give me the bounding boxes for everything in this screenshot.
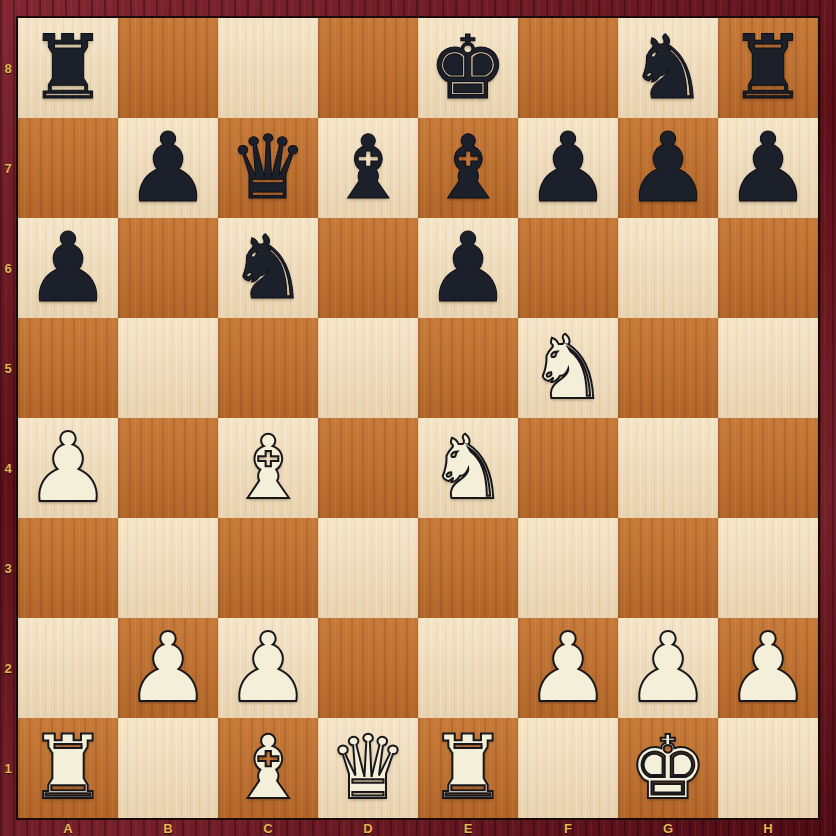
square-g8[interactable]: ♞ [618, 18, 718, 118]
white-pawn-c2[interactable]: ♟ [225, 620, 311, 716]
square-b2[interactable]: ♟ [118, 618, 218, 718]
file-label-d: D [318, 820, 418, 836]
square-h5[interactable] [718, 318, 818, 418]
file-label-a: A [18, 820, 118, 836]
square-d7[interactable]: ♝ [318, 118, 418, 218]
square-f7[interactable]: ♟ [518, 118, 618, 218]
black-pawn-f7[interactable]: ♟ [525, 120, 611, 216]
white-pawn-b2[interactable]: ♟ [125, 620, 211, 716]
square-a6[interactable]: ♟ [18, 218, 118, 318]
square-b8[interactable] [118, 18, 218, 118]
chess-board: ♜♚♞♜♟♛♝♝♟♟♟♟♞♟♞♟♝♞♟♟♟♟♟♜♝♛♜♚ [16, 16, 820, 820]
rank-label-8: 8 [0, 18, 16, 118]
square-b5[interactable] [118, 318, 218, 418]
square-e6[interactable]: ♟ [418, 218, 518, 318]
square-a1[interactable]: ♜ [18, 718, 118, 818]
file-label-f: F [518, 820, 618, 836]
square-a3[interactable] [18, 518, 118, 618]
square-e7[interactable]: ♝ [418, 118, 518, 218]
square-d4[interactable] [318, 418, 418, 518]
square-e1[interactable]: ♜ [418, 718, 518, 818]
square-b3[interactable] [118, 518, 218, 618]
rank-label-5: 5 [0, 318, 16, 418]
rank-label-2: 2 [0, 618, 16, 718]
black-bishop-e7[interactable]: ♝ [429, 124, 508, 212]
rank-label-3: 3 [0, 518, 16, 618]
white-rook-a1[interactable]: ♜ [29, 724, 108, 812]
white-knight-f5[interactable]: ♞ [529, 324, 608, 412]
square-a2[interactable] [18, 618, 118, 718]
square-g7[interactable]: ♟ [618, 118, 718, 218]
square-e4[interactable]: ♞ [418, 418, 518, 518]
square-b4[interactable] [118, 418, 218, 518]
square-h4[interactable] [718, 418, 818, 518]
square-d5[interactable] [318, 318, 418, 418]
file-label-b: B [118, 820, 218, 836]
black-pawn-a6[interactable]: ♟ [25, 220, 111, 316]
rank-label-4: 4 [0, 418, 16, 518]
square-e3[interactable] [418, 518, 518, 618]
square-f1[interactable] [518, 718, 618, 818]
white-rook-e1[interactable]: ♜ [429, 724, 508, 812]
rank-labels: 87654321 [0, 18, 16, 818]
square-f2[interactable]: ♟ [518, 618, 618, 718]
white-pawn-h2[interactable]: ♟ [725, 620, 811, 716]
black-knight-g8[interactable]: ♞ [629, 24, 708, 112]
square-e5[interactable] [418, 318, 518, 418]
white-pawn-g2[interactable]: ♟ [625, 620, 711, 716]
square-h8[interactable]: ♜ [718, 18, 818, 118]
square-a5[interactable] [18, 318, 118, 418]
square-d6[interactable] [318, 218, 418, 318]
square-g2[interactable]: ♟ [618, 618, 718, 718]
square-b1[interactable] [118, 718, 218, 818]
rank-label-7: 7 [0, 118, 16, 218]
square-g1[interactable]: ♚ [618, 718, 718, 818]
file-label-e: E [418, 820, 518, 836]
white-queen-d1[interactable]: ♛ [329, 724, 408, 812]
square-d3[interactable] [318, 518, 418, 618]
square-c3[interactable] [218, 518, 318, 618]
square-c1[interactable]: ♝ [218, 718, 318, 818]
square-a8[interactable]: ♜ [18, 18, 118, 118]
square-e8[interactable]: ♚ [418, 18, 518, 118]
white-pawn-a4[interactable]: ♟ [25, 420, 111, 516]
square-h1[interactable] [718, 718, 818, 818]
square-g3[interactable] [618, 518, 718, 618]
white-king-g1[interactable]: ♚ [629, 724, 708, 812]
square-g5[interactable] [618, 318, 718, 418]
square-h6[interactable] [718, 218, 818, 318]
rank-label-1: 1 [0, 718, 16, 818]
square-c5[interactable] [218, 318, 318, 418]
file-label-h: H [718, 820, 818, 836]
square-h7[interactable]: ♟ [718, 118, 818, 218]
square-c8[interactable] [218, 18, 318, 118]
square-h3[interactable] [718, 518, 818, 618]
square-f5[interactable]: ♞ [518, 318, 618, 418]
black-rook-a8[interactable]: ♜ [29, 24, 108, 112]
square-d1[interactable]: ♛ [318, 718, 418, 818]
square-h2[interactable]: ♟ [718, 618, 818, 718]
square-b6[interactable] [118, 218, 218, 318]
square-f3[interactable] [518, 518, 618, 618]
white-bishop-c4[interactable]: ♝ [229, 424, 308, 512]
square-g6[interactable] [618, 218, 718, 318]
board-frame: ♜♚♞♜♟♛♝♝♟♟♟♟♞♟♞♟♝♞♟♟♟♟♟♜♝♛♜♚ 87654321 AB… [0, 0, 836, 836]
square-c7[interactable]: ♛ [218, 118, 318, 218]
white-pawn-f2[interactable]: ♟ [525, 620, 611, 716]
black-knight-c6[interactable]: ♞ [229, 224, 308, 312]
square-f6[interactable] [518, 218, 618, 318]
black-pawn-e6[interactable]: ♟ [425, 220, 511, 316]
square-f4[interactable] [518, 418, 618, 518]
rank-label-6: 6 [0, 218, 16, 318]
square-d2[interactable] [318, 618, 418, 718]
square-a4[interactable]: ♟ [18, 418, 118, 518]
black-rook-h8[interactable]: ♜ [729, 24, 808, 112]
square-c4[interactable]: ♝ [218, 418, 318, 518]
black-queen-c7[interactable]: ♛ [229, 124, 308, 212]
square-f8[interactable] [518, 18, 618, 118]
black-bishop-d7[interactable]: ♝ [329, 124, 408, 212]
square-d8[interactable] [318, 18, 418, 118]
black-king-e8[interactable]: ♚ [429, 24, 508, 112]
square-a7[interactable] [18, 118, 118, 218]
black-pawn-b7[interactable]: ♟ [125, 120, 211, 216]
file-label-g: G [618, 820, 718, 836]
square-c6[interactable]: ♞ [218, 218, 318, 318]
white-bishop-c1[interactable]: ♝ [229, 724, 308, 812]
white-knight-e4[interactable]: ♞ [429, 424, 508, 512]
square-b7[interactable]: ♟ [118, 118, 218, 218]
square-c2[interactable]: ♟ [218, 618, 318, 718]
file-label-c: C [218, 820, 318, 836]
black-pawn-g7[interactable]: ♟ [625, 120, 711, 216]
black-pawn-h7[interactable]: ♟ [725, 120, 811, 216]
square-e2[interactable] [418, 618, 518, 718]
file-labels: ABCDEFGH [18, 820, 818, 836]
square-g4[interactable] [618, 418, 718, 518]
